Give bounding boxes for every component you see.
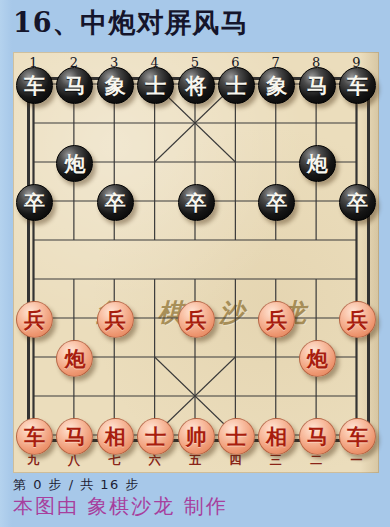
piece-rc[interactable]: 炮 [56, 340, 93, 377]
piece-br[interactable]: 车 [16, 67, 53, 104]
piece-rp[interactable]: 兵 [178, 301, 215, 338]
piece-bk[interactable]: 将 [178, 67, 215, 104]
piece-ra[interactable]: 士 [137, 418, 174, 455]
piece-bp[interactable]: 卒 [178, 184, 215, 221]
piece-bb[interactable]: 象 [258, 67, 295, 104]
piece-br[interactable]: 车 [339, 67, 376, 104]
piece-rp[interactable]: 兵 [258, 301, 295, 338]
piece-bn[interactable]: 马 [299, 67, 336, 104]
piece-rn[interactable]: 马 [299, 418, 336, 455]
piece-ra[interactable]: 士 [218, 418, 255, 455]
piece-rn[interactable]: 马 [56, 418, 93, 455]
piece-bp[interactable]: 卒 [16, 184, 53, 221]
piece-rr[interactable]: 车 [16, 418, 53, 455]
credit-line: 本图由 象棋沙龙 制作 [13, 493, 228, 520]
piece-rb[interactable]: 相 [258, 418, 295, 455]
page-title: 16、中炮对屏风马 [13, 5, 383, 41]
piece-bn[interactable]: 马 [56, 67, 93, 104]
piece-rk[interactable]: 帅 [178, 418, 215, 455]
piece-rp[interactable]: 兵 [16, 301, 53, 338]
piece-bc[interactable]: 炮 [299, 145, 336, 182]
piece-bp[interactable]: 卒 [97, 184, 134, 221]
screenshot-root: 16、中炮对屏风马 象 棋 沙 龙 123456789 九八七六五四三二一 车马… [0, 0, 390, 527]
piece-bb[interactable]: 象 [97, 67, 134, 104]
piece-rr[interactable]: 车 [339, 418, 376, 455]
piece-rp[interactable]: 兵 [339, 301, 376, 338]
piece-bp[interactable]: 卒 [258, 184, 295, 221]
piece-rc[interactable]: 炮 [299, 340, 336, 377]
piece-rb[interactable]: 相 [97, 418, 134, 455]
piece-ba[interactable]: 士 [218, 67, 255, 104]
move-counter: 第 0 步 / 共 16 步 [13, 476, 140, 494]
piece-ba[interactable]: 士 [137, 67, 174, 104]
xiangqi-board[interactable]: 象 棋 沙 龙 [13, 52, 379, 473]
piece-rp[interactable]: 兵 [97, 301, 134, 338]
piece-bp[interactable]: 卒 [339, 184, 376, 221]
piece-bc[interactable]: 炮 [56, 145, 93, 182]
